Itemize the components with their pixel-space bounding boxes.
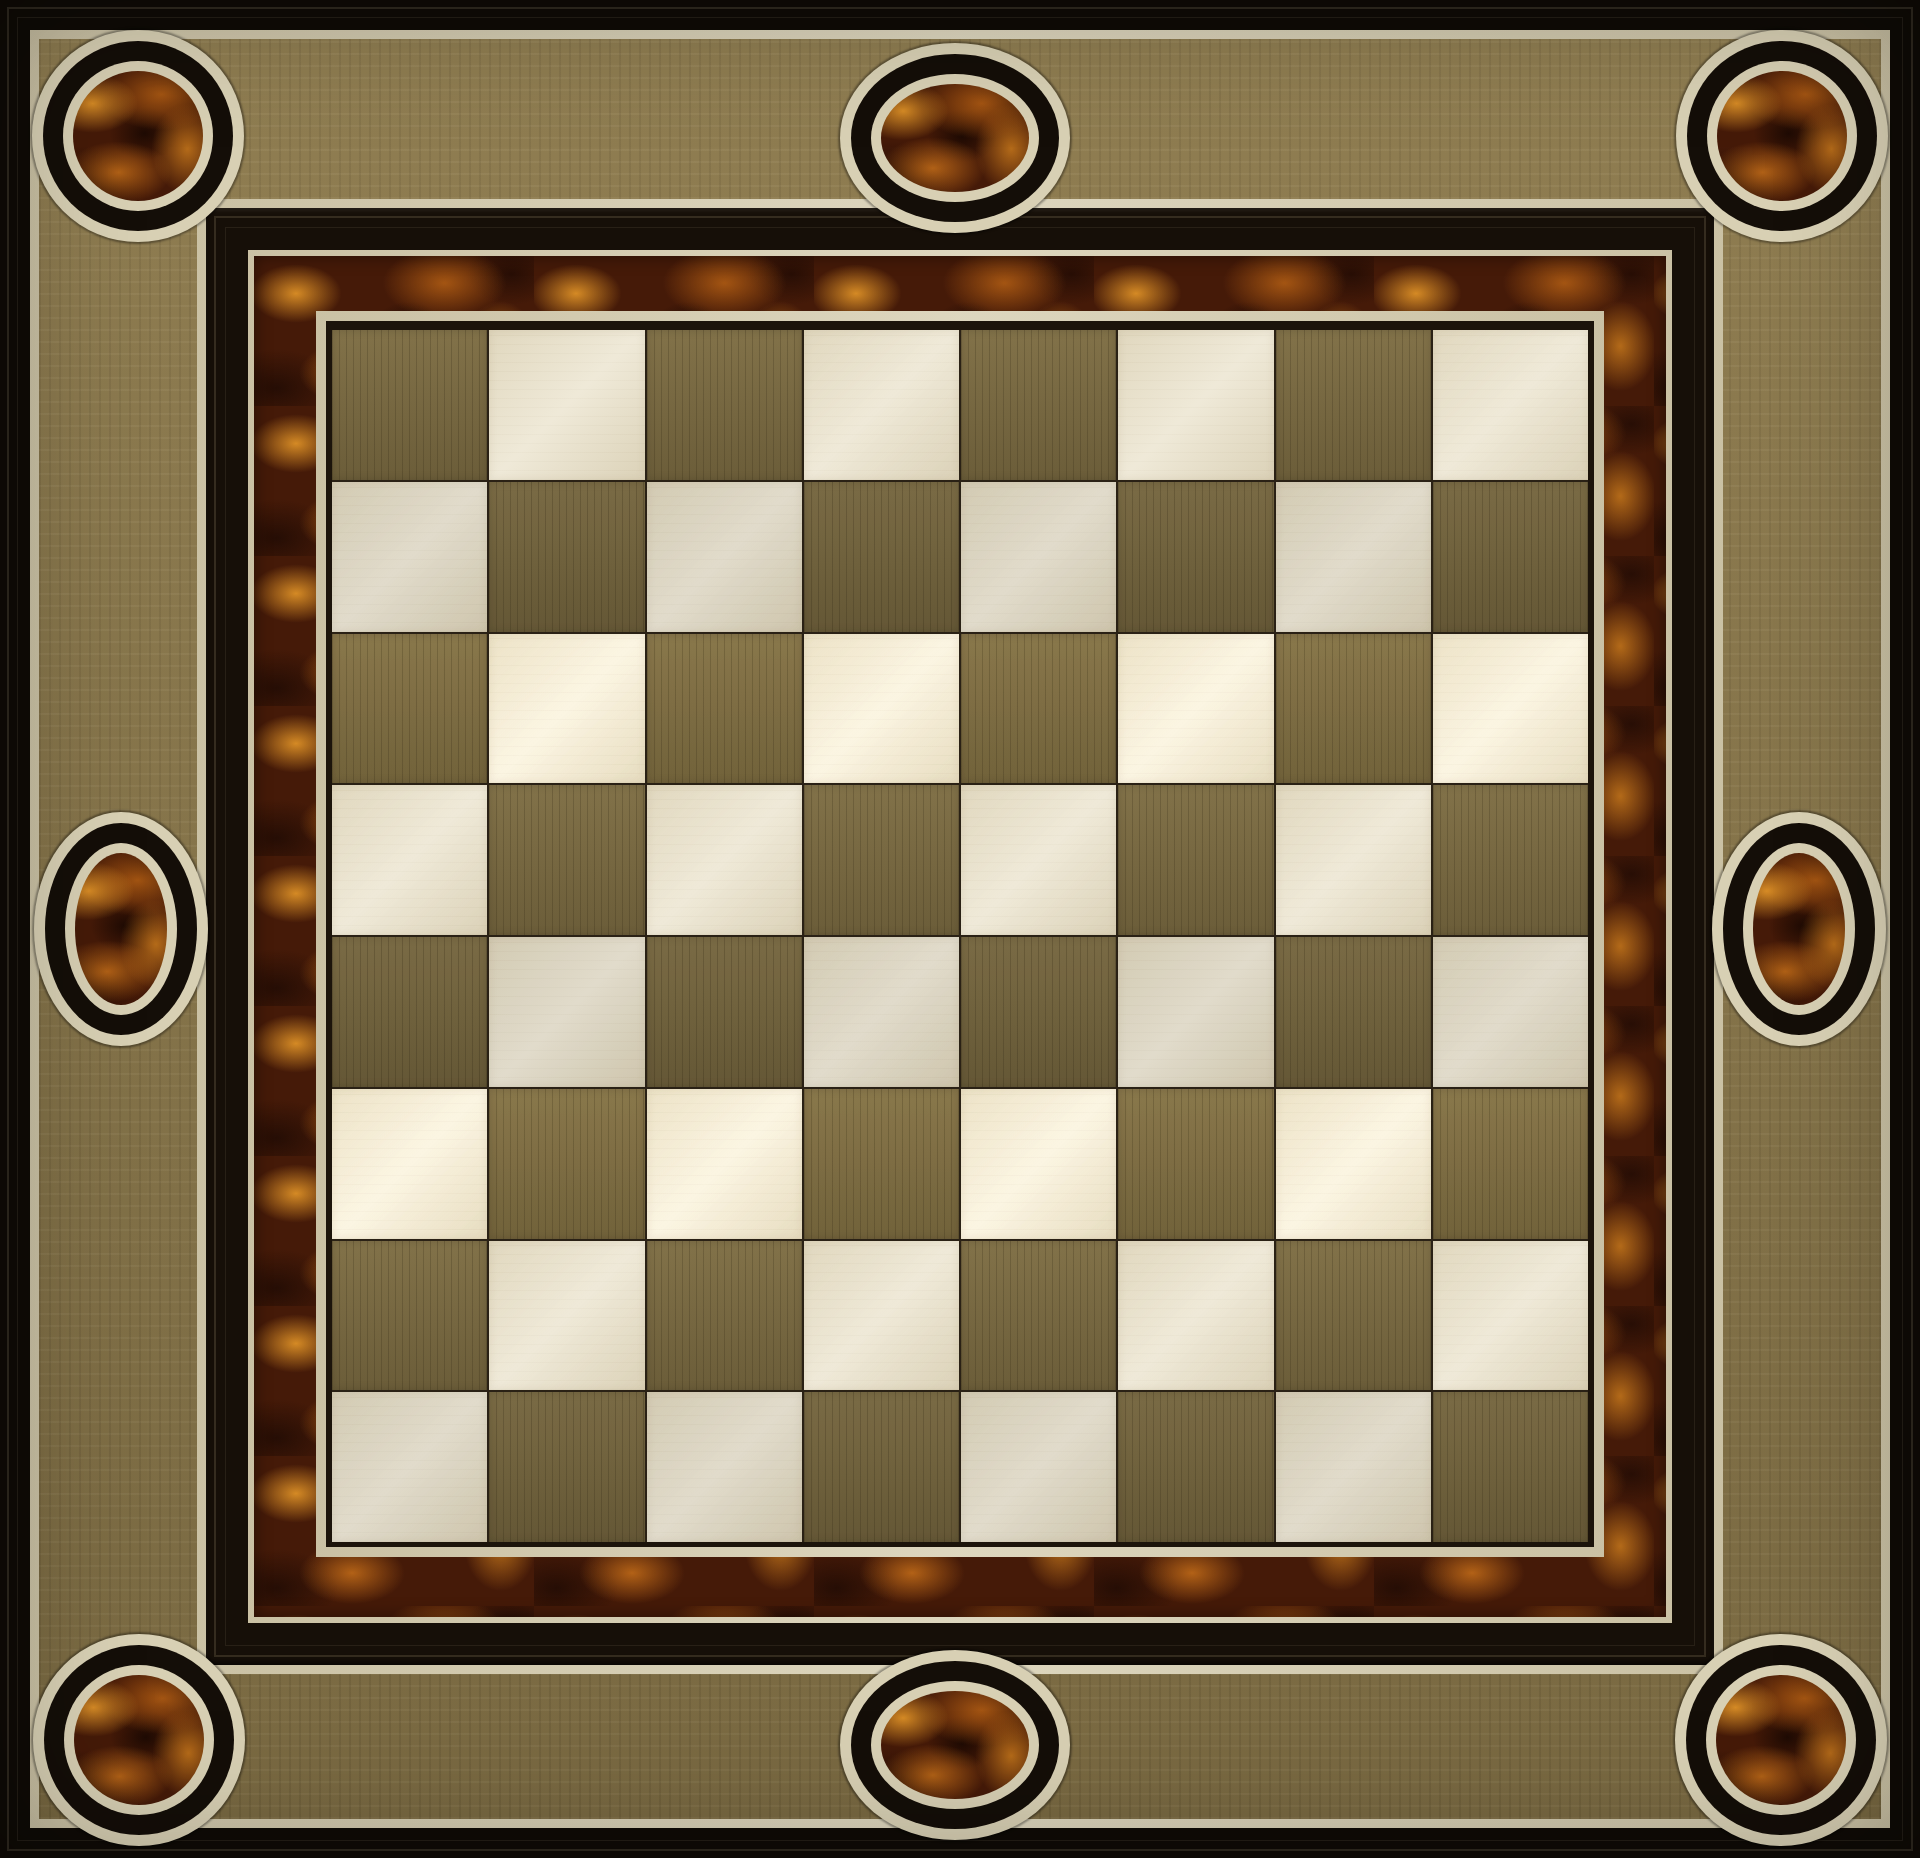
square-h6	[1433, 634, 1588, 784]
square-e6	[961, 634, 1116, 784]
square-e5	[961, 785, 1116, 935]
square-d6	[804, 634, 959, 784]
square-g5	[1276, 785, 1431, 935]
square-a1	[332, 1392, 487, 1542]
square-c1	[647, 1392, 802, 1542]
tortoiseshell-band	[254, 256, 1666, 1617]
square-e8	[961, 330, 1116, 480]
square-f2	[1118, 1241, 1273, 1391]
square-b7	[489, 482, 644, 632]
square-c5	[647, 785, 802, 935]
inner-ebonized-molding	[206, 208, 1714, 1665]
square-d3	[804, 1089, 959, 1239]
square-g2	[1276, 1241, 1431, 1391]
square-d2	[804, 1241, 959, 1391]
square-f8	[1118, 330, 1273, 480]
square-f4	[1118, 937, 1273, 1087]
square-a4	[332, 937, 487, 1087]
square-e7	[961, 482, 1116, 632]
square-h7	[1433, 482, 1588, 632]
square-g1	[1276, 1392, 1431, 1542]
ivory-pinstripe-mid	[197, 199, 1723, 1674]
wood-border-band	[39, 39, 1881, 1819]
square-g7	[1276, 482, 1431, 632]
square-e1	[961, 1392, 1116, 1542]
square-b3	[489, 1089, 644, 1239]
tortoiseshell-medallion-top-left	[73, 71, 203, 201]
square-c3	[647, 1089, 802, 1239]
tortoiseshell-medallion-left-center	[75, 853, 167, 1005]
square-b8	[489, 330, 644, 480]
square-h8	[1433, 330, 1588, 480]
square-c8	[647, 330, 802, 480]
square-a7	[332, 482, 487, 632]
square-d1	[804, 1392, 959, 1542]
square-a6	[332, 634, 487, 784]
square-a5	[332, 785, 487, 935]
square-g8	[1276, 330, 1431, 480]
tortoiseshell-medallion-bottom-left	[74, 1675, 204, 1805]
tortoiseshell-medallion-bottom-center	[881, 1691, 1029, 1799]
square-f3	[1118, 1089, 1273, 1239]
board-edge-line	[326, 321, 1594, 1547]
square-d4	[804, 937, 959, 1087]
square-f6	[1118, 634, 1273, 784]
square-b6	[489, 634, 644, 784]
square-f1	[1118, 1392, 1273, 1542]
tortoiseshell-medallion-top-right	[1717, 71, 1847, 201]
square-a3	[332, 1089, 487, 1239]
square-a2	[332, 1241, 487, 1391]
ivory-pinstripe-inner	[248, 250, 1672, 1623]
square-b5	[489, 785, 644, 935]
ivory-pinstripe-outer	[30, 30, 1890, 1828]
square-e2	[961, 1241, 1116, 1391]
square-b2	[489, 1241, 644, 1391]
square-g6	[1276, 634, 1431, 784]
tortoiseshell-medallion-right-center	[1753, 853, 1845, 1005]
ivory-pinstripe-board-edge	[316, 311, 1604, 1557]
square-g3	[1276, 1089, 1431, 1239]
square-e4	[961, 937, 1116, 1087]
outer-ebonized-frame	[0, 0, 1920, 1858]
square-c4	[647, 937, 802, 1087]
square-d8	[804, 330, 959, 480]
tortoiseshell-medallion-bottom-right	[1716, 1675, 1846, 1805]
square-d5	[804, 785, 959, 935]
tortoiseshell-medallion-top-center	[881, 84, 1029, 192]
square-h1	[1433, 1392, 1588, 1542]
square-g4	[1276, 937, 1431, 1087]
square-a8	[332, 330, 487, 480]
square-d7	[804, 482, 959, 632]
square-b4	[489, 937, 644, 1087]
square-h4	[1433, 937, 1588, 1087]
square-e3	[961, 1089, 1116, 1239]
square-c7	[647, 482, 802, 632]
square-f7	[1118, 482, 1273, 632]
square-h5	[1433, 785, 1588, 935]
square-b1	[489, 1392, 644, 1542]
chessboard	[332, 330, 1588, 1542]
square-f5	[1118, 785, 1273, 935]
square-c2	[647, 1241, 802, 1391]
antique-chessboard-photo	[0, 0, 1920, 1858]
square-c6	[647, 634, 802, 784]
square-h3	[1433, 1089, 1588, 1239]
square-h2	[1433, 1241, 1588, 1391]
